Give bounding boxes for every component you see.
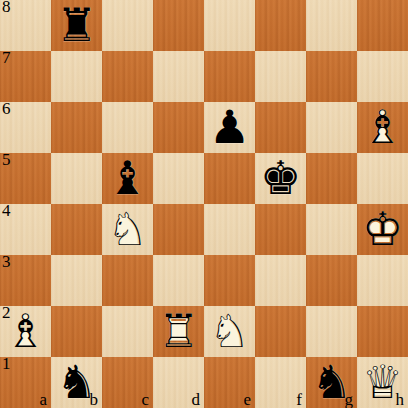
square-h2[interactable] <box>357 306 408 357</box>
piece-outline-glyph: ♘ <box>204 306 255 357</box>
square-e7[interactable] <box>204 51 255 102</box>
square-e5[interactable] <box>204 153 255 204</box>
square-g6[interactable] <box>306 102 357 153</box>
square-b5[interactable] <box>51 153 102 204</box>
square-b1[interactable]: b♞ <box>51 357 102 408</box>
square-d2[interactable]: ♜♖ <box>153 306 204 357</box>
square-d7[interactable] <box>153 51 204 102</box>
black-king-piece[interactable]: ♚ <box>255 153 306 204</box>
file-label-e: e <box>243 391 251 408</box>
black-knight-piece[interactable]: ♞ <box>51 357 102 408</box>
square-e8[interactable] <box>204 0 255 51</box>
square-g5[interactable] <box>306 153 357 204</box>
rank-label-8: 8 <box>2 0 11 17</box>
square-f7[interactable] <box>255 51 306 102</box>
square-c7[interactable] <box>102 51 153 102</box>
square-c3[interactable] <box>102 255 153 306</box>
square-f4[interactable] <box>255 204 306 255</box>
square-f3[interactable] <box>255 255 306 306</box>
file-label-f: f <box>296 391 302 408</box>
file-label-c: c <box>141 391 149 408</box>
square-b7[interactable] <box>51 51 102 102</box>
square-f1[interactable]: f <box>255 357 306 408</box>
white-knight-piece[interactable]: ♞♘ <box>204 306 255 357</box>
white-rook-piece[interactable]: ♜♖ <box>153 306 204 357</box>
square-g8[interactable] <box>306 0 357 51</box>
square-a4[interactable]: 4 <box>0 204 51 255</box>
square-e3[interactable] <box>204 255 255 306</box>
black-knight-piece[interactable]: ♞ <box>306 357 357 408</box>
square-f6[interactable] <box>255 102 306 153</box>
square-c5[interactable]: ♝ <box>102 153 153 204</box>
chess-board: 8♜76♟♝♗5♝♚4♞♘♚♔32♝♗♜♖♞♘1ab♞cdefg♞h♛♕ <box>0 0 408 408</box>
rank-label-3: 3 <box>2 253 11 272</box>
square-d6[interactable] <box>153 102 204 153</box>
square-d8[interactable] <box>153 0 204 51</box>
file-label-a: a <box>39 391 47 408</box>
square-a6[interactable]: 6 <box>0 102 51 153</box>
file-label-d: d <box>192 391 201 408</box>
square-g4[interactable] <box>306 204 357 255</box>
square-a3[interactable]: 3 <box>0 255 51 306</box>
black-rook-piece[interactable]: ♜ <box>51 0 102 51</box>
square-g3[interactable] <box>306 255 357 306</box>
square-c2[interactable] <box>102 306 153 357</box>
piece-outline-glyph: ♖ <box>153 306 204 357</box>
square-d4[interactable] <box>153 204 204 255</box>
square-g7[interactable] <box>306 51 357 102</box>
square-e4[interactable] <box>204 204 255 255</box>
white-queen-piece[interactable]: ♛♕ <box>357 357 408 408</box>
square-h8[interactable] <box>357 0 408 51</box>
square-d1[interactable]: d <box>153 357 204 408</box>
square-b8[interactable]: ♜ <box>51 0 102 51</box>
square-b6[interactable] <box>51 102 102 153</box>
square-h5[interactable] <box>357 153 408 204</box>
square-a5[interactable]: 5 <box>0 153 51 204</box>
square-d3[interactable] <box>153 255 204 306</box>
square-a7[interactable]: 7 <box>0 51 51 102</box>
square-c6[interactable] <box>102 102 153 153</box>
rank-label-4: 4 <box>2 202 11 221</box>
rank-label-1: 1 <box>2 355 11 374</box>
square-f2[interactable] <box>255 306 306 357</box>
white-bishop-piece[interactable]: ♝♗ <box>357 102 408 153</box>
square-h1[interactable]: h♛♕ <box>357 357 408 408</box>
piece-outline-glyph: ♗ <box>357 102 408 153</box>
square-e6[interactable]: ♟ <box>204 102 255 153</box>
square-h4[interactable]: ♚♔ <box>357 204 408 255</box>
square-b3[interactable] <box>51 255 102 306</box>
white-king-piece[interactable]: ♚♔ <box>357 204 408 255</box>
square-h7[interactable] <box>357 51 408 102</box>
rank-label-6: 6 <box>2 100 11 119</box>
square-c8[interactable] <box>102 0 153 51</box>
piece-outline-glyph: ♗ <box>0 306 51 357</box>
rank-label-5: 5 <box>2 151 11 170</box>
square-g2[interactable] <box>306 306 357 357</box>
square-g1[interactable]: g♞ <box>306 357 357 408</box>
piece-outline-glyph: ♕ <box>357 357 408 408</box>
square-c4[interactable]: ♞♘ <box>102 204 153 255</box>
square-a1[interactable]: 1a <box>0 357 51 408</box>
piece-outline-glyph: ♘ <box>102 204 153 255</box>
rank-label-7: 7 <box>2 49 11 68</box>
piece-outline-glyph: ♔ <box>357 204 408 255</box>
square-c1[interactable]: c <box>102 357 153 408</box>
square-d5[interactable] <box>153 153 204 204</box>
black-bishop-piece[interactable]: ♝ <box>102 153 153 204</box>
square-b2[interactable] <box>51 306 102 357</box>
square-e1[interactable]: e <box>204 357 255 408</box>
square-a2[interactable]: 2♝♗ <box>0 306 51 357</box>
square-b4[interactable] <box>51 204 102 255</box>
square-h6[interactable]: ♝♗ <box>357 102 408 153</box>
square-a8[interactable]: 8 <box>0 0 51 51</box>
white-bishop-piece[interactable]: ♝♗ <box>0 306 51 357</box>
white-knight-piece[interactable]: ♞♘ <box>102 204 153 255</box>
square-f5[interactable]: ♚ <box>255 153 306 204</box>
square-h3[interactable] <box>357 255 408 306</box>
square-f8[interactable] <box>255 0 306 51</box>
square-e2[interactable]: ♞♘ <box>204 306 255 357</box>
black-pawn-piece[interactable]: ♟ <box>204 102 255 153</box>
